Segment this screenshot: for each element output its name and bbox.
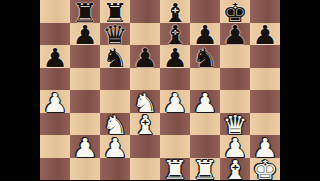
square-f6: ♞ (190, 45, 220, 68)
letterbox-right (280, 0, 320, 180)
square-f8 (190, 0, 220, 23)
white-rook-e1: ♜ (159, 157, 192, 180)
square-b2: ♟ (70, 135, 100, 158)
square-h3 (250, 113, 280, 136)
square-g5 (220, 68, 250, 91)
square-g8: ♚ (220, 0, 250, 23)
square-b1 (70, 158, 100, 181)
square-e3 (160, 113, 190, 136)
square-b5 (70, 68, 100, 91)
square-b7: ♟ (70, 23, 100, 46)
square-f4: ♟ (190, 90, 220, 113)
square-g4 (220, 90, 250, 113)
square-a7 (40, 23, 70, 46)
white-king-h1: ♚ (249, 157, 281, 180)
square-f7: ♟ (190, 23, 220, 46)
chess-board: ♜♜♝♚♟♛♝♟♟♟♟♞♟♟♞♟♞♟♟♞♝♛♟♟♟♟♜♜♝♚ (40, 0, 280, 180)
square-g3: ♛ (220, 113, 250, 136)
square-e8: ♝ (160, 0, 190, 23)
square-d8 (130, 0, 160, 23)
square-b3 (70, 113, 100, 136)
square-a5 (40, 68, 70, 91)
square-c2: ♟ (100, 135, 130, 158)
square-a8 (40, 0, 70, 23)
square-a4: ♟ (40, 90, 70, 113)
square-f3 (190, 113, 220, 136)
square-f1: ♜ (190, 158, 220, 181)
square-d3: ♝ (130, 113, 160, 136)
square-d7 (130, 23, 160, 46)
square-g1: ♝ (220, 158, 250, 181)
square-h8 (250, 0, 280, 23)
square-c4 (100, 90, 130, 113)
white-rook-f1: ♜ (189, 157, 222, 180)
square-h1: ♚ (250, 158, 280, 181)
white-bishop-g1: ♝ (219, 157, 252, 180)
square-d6: ♟ (130, 45, 160, 68)
square-g2: ♟ (220, 135, 250, 158)
square-h2: ♟ (250, 135, 280, 158)
square-c5 (100, 68, 130, 91)
square-h4 (250, 90, 280, 113)
square-g6 (220, 45, 250, 68)
square-b4 (70, 90, 100, 113)
square-b6 (70, 45, 100, 68)
square-c7: ♛ (100, 23, 130, 46)
letterbox-left (0, 0, 40, 180)
square-d1 (130, 158, 160, 181)
square-f2 (190, 135, 220, 158)
square-h7: ♟ (250, 23, 280, 46)
square-b8: ♜ (70, 0, 100, 23)
square-a3 (40, 113, 70, 136)
square-e4: ♟ (160, 90, 190, 113)
square-e1: ♜ (160, 158, 190, 181)
square-a2 (40, 135, 70, 158)
square-h6 (250, 45, 280, 68)
square-h5 (250, 68, 280, 91)
square-g7: ♟ (220, 23, 250, 46)
square-d2 (130, 135, 160, 158)
square-e2 (160, 135, 190, 158)
square-e5 (160, 68, 190, 91)
square-c3: ♞ (100, 113, 130, 136)
square-d5 (130, 68, 160, 91)
square-e7: ♝ (160, 23, 190, 46)
square-c8: ♜ (100, 0, 130, 23)
square-a6: ♟ (40, 45, 70, 68)
video-frame: ♜♜♝♚♟♛♝♟♟♟♟♞♟♟♞♟♞♟♟♞♝♛♟♟♟♟♜♜♝♚ (0, 0, 320, 180)
square-c1 (100, 158, 130, 181)
square-e6: ♟ (160, 45, 190, 68)
square-c6: ♞ (100, 45, 130, 68)
square-a1 (40, 158, 70, 181)
square-d4: ♞ (130, 90, 160, 113)
square-f5 (190, 68, 220, 91)
